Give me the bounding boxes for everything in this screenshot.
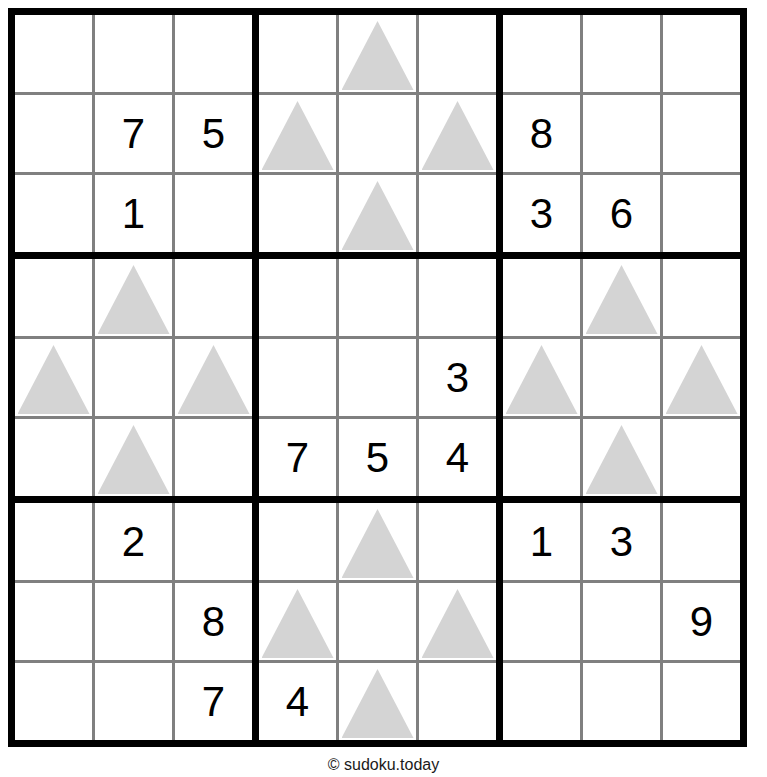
sudoku-cell-r7c3[interactable] (174, 500, 256, 582)
triangle-mark (178, 345, 250, 414)
sudoku-cell-r2c5[interactable] (338, 94, 418, 174)
sudoku-cell-r9c9[interactable] (662, 662, 744, 744)
sudoku-cell-r6c2[interactable] (94, 418, 174, 500)
sudoku-cell-r6c6[interactable]: 4 (418, 418, 500, 500)
sudoku-cell-r1c9[interactable] (662, 12, 744, 94)
triangle-mark (342, 669, 414, 738)
sudoku-cell-r9c1[interactable] (12, 662, 94, 744)
given-digit: 6 (610, 190, 633, 237)
sudoku-cell-r1c1[interactable] (12, 12, 94, 94)
board-row-4 (12, 256, 744, 338)
sudoku-cell-r4c3[interactable] (174, 256, 256, 338)
sudoku-cell-r8c3[interactable]: 8 (174, 582, 256, 662)
sudoku-cell-r3c1[interactable] (12, 174, 94, 256)
triangle-mark (586, 425, 658, 494)
sudoku-cell-r9c8[interactable] (582, 662, 662, 744)
board-row-2: 758 (12, 94, 744, 174)
triangle-mark (342, 509, 414, 578)
sudoku-cell-r1c5[interactable] (338, 12, 418, 94)
sudoku-cell-r1c6[interactable] (418, 12, 500, 94)
sudoku-cell-r1c4[interactable] (256, 12, 338, 94)
sudoku-cell-r8c6[interactable] (418, 582, 500, 662)
sudoku-cell-r6c3[interactable] (174, 418, 256, 500)
sudoku-cell-r5c1[interactable] (12, 338, 94, 418)
sudoku-cell-r2c1[interactable] (12, 94, 94, 174)
given-digit: 7 (122, 110, 145, 157)
sudoku-cell-r3c2[interactable]: 1 (94, 174, 174, 256)
sudoku-cell-r4c1[interactable] (12, 256, 94, 338)
sudoku-cell-r1c2[interactable] (94, 12, 174, 94)
sudoku-cell-r9c6[interactable] (418, 662, 500, 744)
sudoku-cell-r3c9[interactable] (662, 174, 744, 256)
sudoku-cell-r6c8[interactable] (582, 418, 662, 500)
sudoku-cell-r4c5[interactable] (338, 256, 418, 338)
sudoku-cell-r6c1[interactable] (12, 418, 94, 500)
sudoku-cell-r4c9[interactable] (662, 256, 744, 338)
sudoku-cell-r3c3[interactable] (174, 174, 256, 256)
sudoku-cell-r9c4[interactable]: 4 (256, 662, 338, 744)
sudoku-cell-r8c7[interactable] (500, 582, 582, 662)
sudoku-cell-r5c8[interactable] (582, 338, 662, 418)
triangle-mark (98, 425, 170, 494)
sudoku-cell-r7c1[interactable] (12, 500, 94, 582)
sudoku-cell-r8c9[interactable]: 9 (662, 582, 744, 662)
triangle-mark (262, 589, 334, 658)
sudoku-cell-r7c9[interactable] (662, 500, 744, 582)
sudoku-cell-r4c8[interactable] (582, 256, 662, 338)
sudoku-cell-r1c8[interactable] (582, 12, 662, 94)
sudoku-cell-r5c3[interactable] (174, 338, 256, 418)
sudoku-cell-r5c5[interactable] (338, 338, 418, 418)
sudoku-cell-r5c4[interactable] (256, 338, 338, 418)
given-digit: 3 (530, 190, 553, 237)
given-digit: 1 (122, 190, 145, 237)
sudoku-cell-r8c5[interactable] (338, 582, 418, 662)
triangle-mark (262, 101, 334, 170)
sudoku-page: 75813637542138974 © sudoku.today (0, 0, 767, 777)
sudoku-cell-r9c3[interactable]: 7 (174, 662, 256, 744)
triangle-mark (422, 589, 494, 658)
sudoku-cell-r7c2[interactable]: 2 (94, 500, 174, 582)
board-row-3: 136 (12, 174, 744, 256)
sudoku-cell-r6c9[interactable] (662, 418, 744, 500)
sudoku-cell-r3c7[interactable]: 3 (500, 174, 582, 256)
sudoku-cell-r5c9[interactable] (662, 338, 744, 418)
given-digit: 5 (366, 434, 389, 481)
given-digit: 7 (286, 434, 309, 481)
sudoku-cell-r5c7[interactable] (500, 338, 582, 418)
board-row-8: 89 (12, 582, 744, 662)
given-digit: 8 (530, 110, 553, 157)
sudoku-cell-r6c5[interactable]: 5 (338, 418, 418, 500)
given-digit: 3 (610, 518, 633, 565)
sudoku-cell-r9c2[interactable] (94, 662, 174, 744)
sudoku-cell-r3c5[interactable] (338, 174, 418, 256)
sudoku-cell-r7c5[interactable] (338, 500, 418, 582)
sudoku-cell-r4c6[interactable] (418, 256, 500, 338)
sudoku-cell-r4c4[interactable] (256, 256, 338, 338)
sudoku-cell-r2c9[interactable] (662, 94, 744, 174)
given-digit: 1 (530, 518, 553, 565)
sudoku-cell-r4c7[interactable] (500, 256, 582, 338)
sudoku-cell-r1c7[interactable] (500, 12, 582, 94)
sudoku-cell-r8c4[interactable] (256, 582, 338, 662)
given-digit: 8 (202, 598, 225, 645)
sudoku-cell-r8c8[interactable] (582, 582, 662, 662)
triangle-mark (98, 265, 170, 334)
sudoku-cell-r7c7[interactable]: 1 (500, 500, 582, 582)
sudoku-cell-r9c5[interactable] (338, 662, 418, 744)
given-digit: 3 (446, 354, 469, 401)
sudoku-cell-r2c3[interactable]: 5 (174, 94, 256, 174)
board-row-9: 74 (12, 662, 744, 744)
given-digit: 5 (202, 110, 225, 157)
triangle-mark (18, 345, 90, 414)
triangle-mark (506, 345, 578, 414)
triangle-mark (666, 345, 738, 414)
triangle-mark (586, 265, 658, 334)
sudoku-cell-r5c6[interactable]: 3 (418, 338, 500, 418)
triangle-mark (342, 21, 414, 90)
sudoku-cell-r2c6[interactable] (418, 94, 500, 174)
board-row-6: 754 (12, 418, 744, 500)
copyright-caption: © sudoku.today (0, 756, 767, 774)
sudoku-board: 75813637542138974 (8, 8, 747, 747)
sudoku-cell-r1c3[interactable] (174, 12, 256, 94)
board-row-5: 3 (12, 338, 744, 418)
sudoku-cell-r6c4[interactable]: 7 (256, 418, 338, 500)
sudoku-cell-r7c8[interactable]: 3 (582, 500, 662, 582)
sudoku-cell-r3c4[interactable] (256, 174, 338, 256)
sudoku-cell-r2c8[interactable] (582, 94, 662, 174)
given-digit: 2 (122, 518, 145, 565)
sudoku-cell-r3c8[interactable]: 6 (582, 174, 662, 256)
sudoku-cell-r5c2[interactable] (94, 338, 174, 418)
sudoku-cell-r7c6[interactable] (418, 500, 500, 582)
sudoku-cell-r2c7[interactable]: 8 (500, 94, 582, 174)
given-digit: 9 (690, 598, 713, 645)
given-digit: 7 (202, 678, 225, 725)
sudoku-cell-r2c2[interactable]: 7 (94, 94, 174, 174)
sudoku-cell-r6c7[interactable] (500, 418, 582, 500)
sudoku-cell-r4c2[interactable] (94, 256, 174, 338)
triangle-mark (422, 101, 494, 170)
sudoku-cell-r2c4[interactable] (256, 94, 338, 174)
triangle-mark (342, 181, 414, 250)
given-digit: 4 (446, 434, 469, 481)
sudoku-cell-r9c7[interactable] (500, 662, 582, 744)
sudoku-cell-r7c4[interactable] (256, 500, 338, 582)
sudoku-cell-r3c6[interactable] (418, 174, 500, 256)
board-row-7: 213 (12, 500, 744, 582)
given-digit: 4 (286, 678, 309, 725)
sudoku-cell-r8c1[interactable] (12, 582, 94, 662)
board-row-1 (12, 12, 744, 94)
sudoku-cell-r8c2[interactable] (94, 582, 174, 662)
